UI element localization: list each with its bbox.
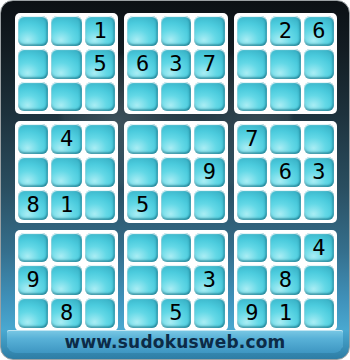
cell-r4c3[interactable] <box>85 124 115 154</box>
cell-r5c5[interactable] <box>161 157 191 187</box>
cell-r9c4[interactable] <box>127 298 157 328</box>
cell-r7c9: 4 <box>304 233 334 263</box>
cell-r2c2[interactable] <box>51 49 81 79</box>
cell-r9c7: 9 <box>237 298 267 328</box>
cell-r6c9[interactable] <box>304 190 334 220</box>
sudoku-grid: 15637264819576398354891 <box>15 13 337 331</box>
cell-r4c9[interactable] <box>304 124 334 154</box>
site-link[interactable]: www.sudokusweb.com <box>64 332 285 352</box>
cell-r5c7[interactable] <box>237 157 267 187</box>
cell-r2c8[interactable] <box>270 49 300 79</box>
cell-r2c3: 5 <box>85 49 115 79</box>
site-banner: www.sudokusweb.com <box>7 330 343 353</box>
cell-r1c8: 2 <box>270 16 300 46</box>
cell-r2c1[interactable] <box>18 49 48 79</box>
cell-r1c5[interactable] <box>161 16 191 46</box>
cell-r6c3[interactable] <box>85 190 115 220</box>
cell-r9c9[interactable] <box>304 298 334 328</box>
cell-r2c6: 7 <box>194 49 224 79</box>
cell-r7c6[interactable] <box>194 233 224 263</box>
cell-r4c7: 7 <box>237 124 267 154</box>
cell-r1c7[interactable] <box>237 16 267 46</box>
cell-r3c1[interactable] <box>18 82 48 112</box>
cell-r8c7[interactable] <box>237 265 267 295</box>
cell-r4c1[interactable] <box>18 124 48 154</box>
cell-r3c2[interactable] <box>51 82 81 112</box>
cell-r8c6: 3 <box>194 265 224 295</box>
cell-r9c5: 5 <box>161 298 191 328</box>
cell-r6c5[interactable] <box>161 190 191 220</box>
cell-r3c3[interactable] <box>85 82 115 112</box>
cell-r9c2: 8 <box>51 298 81 328</box>
cell-r7c4[interactable] <box>127 233 157 263</box>
cell-r2c5: 3 <box>161 49 191 79</box>
cell-r3c7[interactable] <box>237 82 267 112</box>
box-r1c1: 15 <box>15 13 118 114</box>
cell-r9c1[interactable] <box>18 298 48 328</box>
cell-r9c6[interactable] <box>194 298 224 328</box>
cell-r9c8: 1 <box>270 298 300 328</box>
cell-r5c3[interactable] <box>85 157 115 187</box>
cell-r1c1[interactable] <box>18 16 48 46</box>
cell-r6c6[interactable] <box>194 190 224 220</box>
cell-r2c9[interactable] <box>304 49 334 79</box>
cell-r5c8: 6 <box>270 157 300 187</box>
cell-r4c4[interactable] <box>127 124 157 154</box>
cell-r7c8[interactable] <box>270 233 300 263</box>
cell-r7c2[interactable] <box>51 233 81 263</box>
cell-r9c3[interactable] <box>85 298 115 328</box>
box-r1c2: 637 <box>124 13 227 114</box>
cell-r3c8[interactable] <box>270 82 300 112</box>
cell-r7c3[interactable] <box>85 233 115 263</box>
cell-r7c5[interactable] <box>161 233 191 263</box>
box-r3c2: 35 <box>124 230 227 331</box>
sudoku-board: 15637264819576398354891 www.sudokusweb.c… <box>0 0 350 360</box>
box-r3c3: 4891 <box>234 230 337 331</box>
cell-r2c4: 6 <box>127 49 157 79</box>
box-r2c3: 763 <box>234 121 337 222</box>
cell-r4c8[interactable] <box>270 124 300 154</box>
cell-r5c9: 3 <box>304 157 334 187</box>
cell-r2c7[interactable] <box>237 49 267 79</box>
box-r3c1: 98 <box>15 230 118 331</box>
box-r2c1: 481 <box>15 121 118 222</box>
cell-r5c4[interactable] <box>127 157 157 187</box>
cell-r4c2: 4 <box>51 124 81 154</box>
cell-r8c9[interactable] <box>304 265 334 295</box>
cell-r4c5[interactable] <box>161 124 191 154</box>
cell-r3c4[interactable] <box>127 82 157 112</box>
cell-r8c8: 8 <box>270 265 300 295</box>
cell-r8c5[interactable] <box>161 265 191 295</box>
cell-r8c4[interactable] <box>127 265 157 295</box>
cell-r8c3[interactable] <box>85 265 115 295</box>
cell-r7c7[interactable] <box>237 233 267 263</box>
cell-r6c7[interactable] <box>237 190 267 220</box>
box-r1c3: 26 <box>234 13 337 114</box>
cell-r3c6[interactable] <box>194 82 224 112</box>
cell-r6c8[interactable] <box>270 190 300 220</box>
cell-r6c4: 5 <box>127 190 157 220</box>
cell-r6c1: 8 <box>18 190 48 220</box>
cell-r6c2: 1 <box>51 190 81 220</box>
cell-r3c5[interactable] <box>161 82 191 112</box>
cell-r5c1[interactable] <box>18 157 48 187</box>
cell-r7c1[interactable] <box>18 233 48 263</box>
box-r2c2: 95 <box>124 121 227 222</box>
cell-r1c2[interactable] <box>51 16 81 46</box>
cell-r8c1: 9 <box>18 265 48 295</box>
cell-r1c6[interactable] <box>194 16 224 46</box>
cell-r1c9: 6 <box>304 16 334 46</box>
cell-r5c2[interactable] <box>51 157 81 187</box>
cell-r8c2[interactable] <box>51 265 81 295</box>
cell-r4c6[interactable] <box>194 124 224 154</box>
cell-r1c4[interactable] <box>127 16 157 46</box>
cell-r1c3: 1 <box>85 16 115 46</box>
cell-r3c9[interactable] <box>304 82 334 112</box>
cell-r5c6: 9 <box>194 157 224 187</box>
